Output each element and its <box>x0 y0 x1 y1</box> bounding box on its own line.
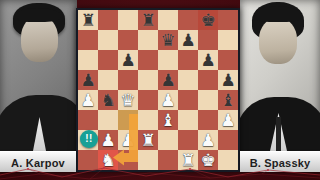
square-c6[interactable]: ♟ <box>118 50 138 70</box>
square-f3[interactable] <box>178 110 198 130</box>
square-c7[interactable] <box>118 30 138 50</box>
square-g3[interactable] <box>198 110 218 130</box>
spassky-photo <box>240 0 320 151</box>
square-d4[interactable] <box>138 90 158 110</box>
black-pawn-f7[interactable]: ♟ <box>178 30 198 50</box>
square-h7[interactable] <box>218 30 238 50</box>
square-b3[interactable] <box>98 110 118 130</box>
square-h4[interactable]: ♝ <box>218 90 238 110</box>
square-d5[interactable] <box>138 70 158 90</box>
square-c5[interactable] <box>118 70 138 90</box>
square-d7[interactable] <box>138 30 158 50</box>
black-rook-d8[interactable]: ♜ <box>138 10 158 30</box>
square-e3[interactable]: ♝ <box>158 110 178 130</box>
square-h2[interactable] <box>218 130 238 150</box>
square-h3[interactable]: ♟ <box>218 110 238 130</box>
square-c4[interactable]: ♛ <box>118 90 138 110</box>
white-pawn-c2[interactable]: ♟ <box>118 130 138 150</box>
square-a8[interactable]: ♜ <box>78 10 98 30</box>
square-h8[interactable] <box>218 10 238 30</box>
square-g8[interactable]: ♚ <box>198 10 218 30</box>
square-f5[interactable] <box>178 70 198 90</box>
white-bishop-e3[interactable]: ♝ <box>158 110 178 130</box>
square-b6[interactable] <box>98 50 118 70</box>
square-d8[interactable]: ♜ <box>138 10 158 30</box>
square-e7[interactable]: ♛ <box>158 30 178 50</box>
black-pawn-g6[interactable]: ♟ <box>198 50 218 70</box>
square-c3[interactable] <box>118 110 138 130</box>
black-queen-e7[interactable]: ♛ <box>158 30 178 50</box>
square-e6[interactable] <box>158 50 178 70</box>
board-grid: ♜♜♚♛♟♟♟♟♟♟♟♞♛♟♝♝♟♟♟♜♟♞♜♚ <box>78 10 238 170</box>
square-h5[interactable]: ♟ <box>218 70 238 90</box>
square-g7[interactable] <box>198 30 218 50</box>
square-g6[interactable]: ♟ <box>198 50 218 70</box>
spassky-tie-shape <box>276 117 281 151</box>
square-e2[interactable] <box>158 130 178 150</box>
square-a4[interactable]: ♟ <box>78 90 98 110</box>
square-g2[interactable]: ♟ <box>198 130 218 150</box>
square-b5[interactable] <box>98 70 118 90</box>
white-rook-d2[interactable]: ♜ <box>138 130 158 150</box>
white-pawn-g2[interactable]: ♟ <box>198 130 218 150</box>
square-d2[interactable]: ♜ <box>138 130 158 150</box>
chess-board: ♜♜♚♛♟♟♟♟♟♟♟♞♛♟♝♝♟♟♟♜♟♞♜♚ !! <box>76 8 240 172</box>
square-f4[interactable] <box>178 90 198 110</box>
black-bishop-h4[interactable]: ♝ <box>218 90 238 110</box>
brilliant-move-badge: !! <box>80 130 98 148</box>
square-c8[interactable] <box>118 10 138 30</box>
karpov-fringe-shape <box>17 8 61 22</box>
white-pawn-e4[interactable]: ♟ <box>158 90 178 110</box>
thumbnail-stage: ♜♜♚♛♟♟♟♟♟♟♟♞♛♟♝♝♟♟♟♜♟♞♜♚ !! A. Karpov B.… <box>0 0 320 180</box>
white-pawn-a4[interactable]: ♟ <box>78 90 98 110</box>
black-rook-a8[interactable]: ♜ <box>78 10 98 30</box>
square-a7[interactable] <box>78 30 98 50</box>
square-b4[interactable]: ♞ <box>98 90 118 110</box>
square-f2[interactable] <box>178 130 198 150</box>
black-king-g8[interactable]: ♚ <box>198 10 218 30</box>
square-b7[interactable] <box>98 30 118 50</box>
karpov-photo <box>0 0 77 151</box>
square-c2[interactable]: ♟ <box>118 130 138 150</box>
white-pawn-h3[interactable]: ♟ <box>218 110 238 130</box>
square-b2[interactable]: ♟ <box>98 130 118 150</box>
square-g5[interactable] <box>198 70 218 90</box>
square-e5[interactable]: ♟ <box>158 70 178 90</box>
square-f8[interactable] <box>178 10 198 30</box>
square-g4[interactable] <box>198 90 218 110</box>
square-b8[interactable] <box>98 10 118 30</box>
plexus-decoration <box>0 165 320 180</box>
square-e4[interactable]: ♟ <box>158 90 178 110</box>
square-e8[interactable] <box>158 10 178 30</box>
square-f7[interactable]: ♟ <box>178 30 198 50</box>
square-h6[interactable] <box>218 50 238 70</box>
black-pawn-c6[interactable]: ♟ <box>118 50 138 70</box>
black-pawn-e5[interactable]: ♟ <box>158 70 178 90</box>
karpov-face-shape <box>21 16 58 62</box>
black-pawn-h5[interactable]: ♟ <box>218 70 238 90</box>
square-a3[interactable] <box>78 110 98 130</box>
square-a5[interactable]: ♟ <box>78 70 98 90</box>
black-knight-b4[interactable]: ♞ <box>98 90 118 110</box>
white-queen-c4[interactable]: ♛ <box>118 90 138 110</box>
square-d3[interactable] <box>138 110 158 130</box>
square-d6[interactable] <box>138 50 158 70</box>
white-pawn-b2[interactable]: ♟ <box>98 130 118 150</box>
spassky-fringe-shape <box>255 6 301 22</box>
black-pawn-a5[interactable]: ♟ <box>78 70 98 90</box>
square-f6[interactable] <box>178 50 198 70</box>
square-a6[interactable] <box>78 50 98 70</box>
spassky-face-shape <box>259 18 297 64</box>
